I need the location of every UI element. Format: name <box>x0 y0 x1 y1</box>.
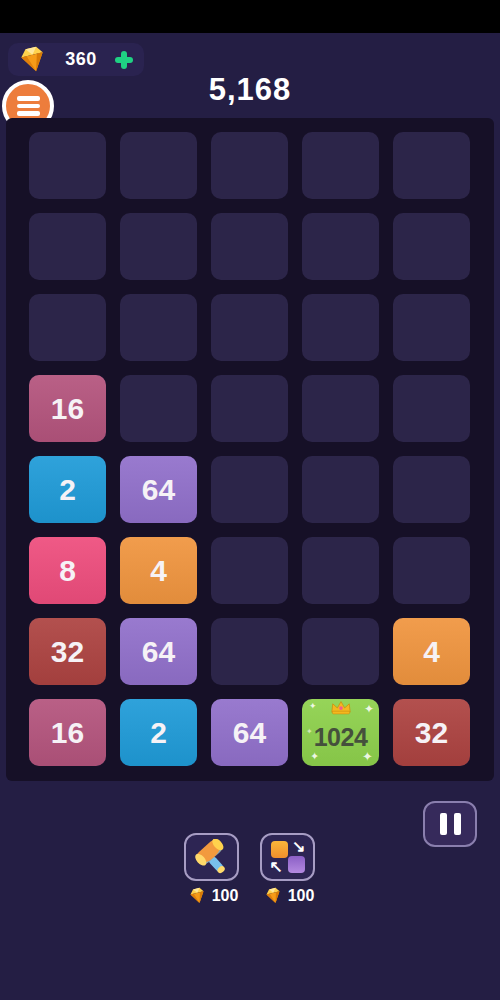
hamburger-icon <box>17 96 40 101</box>
tile-16[interactable]: 16 <box>29 375 106 442</box>
gem-icon <box>14 44 50 76</box>
tile-value: 8 <box>59 554 76 588</box>
gem-icon <box>186 886 208 906</box>
board-cell-r0c1 <box>120 132 197 199</box>
score: 5,168 <box>0 72 500 108</box>
board-cell-r0c3 <box>302 132 379 199</box>
tile-value: 4 <box>150 554 167 588</box>
hammer-powerup-button[interactable] <box>184 833 239 881</box>
tile-value: 1024 <box>314 713 368 752</box>
tile-32[interactable]: 32 <box>393 699 470 766</box>
board-cell-r2c0 <box>29 294 106 361</box>
board-cell-r6c3 <box>302 618 379 685</box>
tile-64[interactable]: 64 <box>211 699 288 766</box>
board-cell-r2c2 <box>211 294 288 361</box>
tile-32[interactable]: 32 <box>29 618 106 685</box>
tile-value: 16 <box>51 392 84 426</box>
pause-icon <box>440 813 447 835</box>
board-cell-r5c0: 8 <box>29 537 106 604</box>
tile-value: 32 <box>415 716 448 750</box>
board-cell-r0c4 <box>393 132 470 199</box>
gem-icon <box>262 886 284 906</box>
board-cell-r3c3 <box>302 375 379 442</box>
board-cell-r1c0 <box>29 213 106 280</box>
tile-2[interactable]: 2 <box>120 699 197 766</box>
tile-64[interactable]: 64 <box>120 618 197 685</box>
board-cell-r1c2 <box>211 213 288 280</box>
board-cell-r1c4 <box>393 213 470 280</box>
board-cell-r5c3 <box>302 537 379 604</box>
board-cell-r5c2 <box>211 537 288 604</box>
sparkle-icon: ✦ <box>310 751 319 762</box>
tile-value: 32 <box>51 635 84 669</box>
board-cell-r6c2 <box>211 618 288 685</box>
tile-1024[interactable]: ✦✦✦✦✦1024 <box>302 699 379 766</box>
tile-value: 2 <box>59 473 76 507</box>
tile-64[interactable]: 64 <box>120 456 197 523</box>
sparkle-icon: ✦ <box>309 702 317 711</box>
board-cell-r4c0: 2 <box>29 456 106 523</box>
board-cell-r3c0: 16 <box>29 375 106 442</box>
tile-2[interactable]: 2 <box>29 456 106 523</box>
tile-value: 64 <box>233 716 266 750</box>
tile-4[interactable]: 4 <box>393 618 470 685</box>
board-cell-r0c0 <box>29 132 106 199</box>
board-cell-r5c4 <box>393 537 470 604</box>
tile-value: 64 <box>142 635 175 669</box>
board-cell-r2c3 <box>302 294 379 361</box>
tile-16[interactable]: 16 <box>29 699 106 766</box>
sparkle-icon: ✦ <box>306 728 313 736</box>
swap-cost-value: 100 <box>288 887 315 905</box>
game-board: 16264843264416264 ✦✦✦✦✦102432 <box>6 118 494 781</box>
swap-powerup-button[interactable]: ↘ ↖ <box>260 833 315 881</box>
gem-count: 360 <box>50 49 112 70</box>
plus-icon[interactable] <box>112 48 136 72</box>
board-cell-r4c4 <box>393 456 470 523</box>
board-cell-r4c3 <box>302 456 379 523</box>
board-cell-r5c1: 4 <box>120 537 197 604</box>
board-cell-r6c1: 64 <box>120 618 197 685</box>
board-cell-r2c4 <box>393 294 470 361</box>
board-cell-r0c2 <box>211 132 288 199</box>
tile-value: 64 <box>142 473 175 507</box>
crown-icon <box>330 700 352 715</box>
sparkle-icon: ✦ <box>364 703 374 715</box>
board-cell-r7c0: 16 <box>29 699 106 766</box>
hammer-cost: 100 <box>172 884 252 908</box>
tile-8[interactable]: 8 <box>29 537 106 604</box>
board-cell-r4c1: 64 <box>120 456 197 523</box>
hammer-cost-value: 100 <box>212 887 239 905</box>
board-cell-r4c2 <box>211 456 288 523</box>
board-cell-r6c0: 32 <box>29 618 106 685</box>
board-cell-r3c2 <box>211 375 288 442</box>
swap-icon: ↘ ↖ <box>270 839 306 875</box>
board-cell-r1c3 <box>302 213 379 280</box>
hammer-icon <box>194 839 230 875</box>
pause-button[interactable] <box>423 801 477 847</box>
board-cell-r3c4 <box>393 375 470 442</box>
board-cell-r1c1 <box>120 213 197 280</box>
board-cell-r7c3: ✦✦✦✦✦1024 <box>302 699 379 766</box>
board-cell-r2c1 <box>120 294 197 361</box>
sparkle-icon: ✦ <box>362 750 373 763</box>
board-cell-r7c2: 64 <box>211 699 288 766</box>
board-cell-r3c1 <box>120 375 197 442</box>
tile-value: 2 <box>150 716 167 750</box>
tile-value: 4 <box>423 635 440 669</box>
board-cell-r6c4: 4 <box>393 618 470 685</box>
tile-4[interactable]: 4 <box>120 537 197 604</box>
status-bar <box>0 0 500 33</box>
board-cell-r7c1: 2 <box>120 699 197 766</box>
board-cell-r7c4: 32 <box>393 699 470 766</box>
swap-cost: 100 <box>248 884 328 908</box>
tile-value: 16 <box>51 716 84 750</box>
